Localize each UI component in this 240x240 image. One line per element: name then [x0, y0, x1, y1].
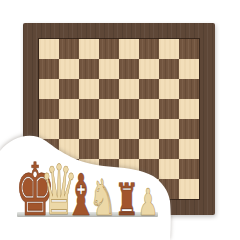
square-f7	[139, 59, 159, 79]
square-f2	[139, 159, 159, 179]
piece-knight: ♞︎	[89, 173, 117, 223]
square-e3	[119, 139, 139, 159]
square-f3	[139, 139, 159, 159]
square-h2	[179, 159, 199, 179]
square-e4	[119, 119, 139, 139]
square-h5	[179, 99, 199, 119]
square-e5	[119, 99, 139, 119]
square-b8	[59, 39, 79, 59]
square-f4	[139, 119, 159, 139]
square-c3	[79, 139, 99, 159]
square-f8	[139, 39, 159, 59]
square-f6	[139, 79, 159, 99]
square-a4	[39, 119, 59, 139]
square-b7	[59, 59, 79, 79]
square-h4	[179, 119, 199, 139]
square-c4	[79, 119, 99, 139]
square-d3	[99, 139, 119, 159]
square-g1	[159, 179, 179, 199]
square-g2	[159, 159, 179, 179]
square-g7	[159, 59, 179, 79]
square-f5	[139, 99, 159, 119]
square-b6	[59, 79, 79, 99]
square-a6	[39, 79, 59, 99]
square-d7	[99, 59, 119, 79]
piece-rook: ♜︎	[115, 178, 139, 222]
square-h3	[179, 139, 199, 159]
square-c7	[79, 59, 99, 79]
square-a8	[39, 39, 59, 59]
square-b5	[59, 99, 79, 119]
square-d8	[99, 39, 119, 59]
square-g3	[159, 139, 179, 159]
square-d4	[99, 119, 119, 139]
square-h1	[179, 179, 199, 199]
square-c6	[79, 79, 99, 99]
square-d6	[99, 79, 119, 99]
square-g8	[159, 39, 179, 59]
piece-pawn: ♟︎	[138, 184, 159, 221]
square-e8	[119, 39, 139, 59]
square-d5	[99, 99, 119, 119]
square-h8	[179, 39, 199, 59]
square-h7	[179, 59, 199, 79]
square-c8	[79, 39, 99, 59]
square-c5	[79, 99, 99, 119]
square-b4	[59, 119, 79, 139]
square-a5	[39, 99, 59, 119]
square-h6	[179, 79, 199, 99]
square-g6	[159, 79, 179, 99]
product-photo: ♚︎ ♛︎ ♝︎ ♞︎ ♜︎ ♟︎	[0, 0, 240, 240]
square-g5	[159, 99, 179, 119]
square-e7	[119, 59, 139, 79]
square-e6	[119, 79, 139, 99]
square-g4	[159, 119, 179, 139]
square-a7	[39, 59, 59, 79]
